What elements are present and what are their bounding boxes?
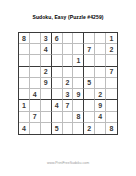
cell-r3c9	[106, 55, 117, 66]
cell-r8c3	[41, 112, 52, 123]
cell-r1c3: 3	[41, 33, 52, 44]
cell-r3c4	[52, 55, 63, 66]
cell-r6c5: 3	[63, 89, 74, 100]
page-title: Sudoku, Easy (Puzzle #4259)	[0, 14, 136, 20]
cell-r3c3	[41, 55, 52, 66]
cell-r3c7	[84, 55, 95, 66]
cell-r4c6	[73, 67, 84, 78]
cell-r5c8	[95, 78, 106, 89]
cell-r7c4: 4	[52, 100, 63, 111]
cell-r7c3	[41, 100, 52, 111]
cell-r2c7: 7	[84, 44, 95, 55]
cell-r2c2	[30, 44, 41, 55]
cell-r8c8: 4	[95, 112, 106, 123]
cell-r1c6	[73, 33, 84, 44]
cell-r1c5	[63, 33, 74, 44]
cell-r1c1: 8	[19, 33, 30, 44]
cell-r1c7	[84, 33, 95, 44]
footer-url: www.PrintFreeSudoku.com	[0, 161, 136, 165]
cell-r5c9	[106, 78, 117, 89]
cell-r2c1	[19, 44, 30, 55]
cell-r4c9: 7	[106, 67, 117, 78]
cell-r1c9: 1	[106, 33, 117, 44]
cell-r4c7	[84, 67, 95, 78]
cell-r7c1: 1	[19, 100, 30, 111]
cell-r3c6: 1	[73, 55, 84, 66]
cell-r3c5	[63, 55, 74, 66]
cell-r9c1: 4	[19, 123, 30, 134]
cell-r2c9: 2	[106, 44, 117, 55]
cell-r7c2	[30, 100, 41, 111]
cell-r2c8	[95, 44, 106, 55]
cell-r4c8	[95, 67, 106, 78]
cell-r5c3: 9	[41, 78, 52, 89]
sudoku-grid: 8361472127925439214797844528	[18, 32, 118, 135]
cell-r2c3: 4	[41, 44, 52, 55]
cell-r1c4: 6	[52, 33, 63, 44]
cell-r7c9	[106, 100, 117, 111]
cell-r8c2: 7	[30, 112, 41, 123]
cell-r5c1	[19, 78, 30, 89]
cell-r3c1	[19, 55, 30, 66]
cell-r8c4	[52, 112, 63, 123]
cell-r6c3	[41, 89, 52, 100]
cell-r9c4: 5	[52, 123, 63, 134]
cell-r9c8	[95, 123, 106, 134]
cell-r1c8	[95, 33, 106, 44]
cell-r2c4	[52, 44, 63, 55]
cell-r6c7	[84, 89, 95, 100]
cell-r9c5	[63, 123, 74, 134]
cell-r5c4	[52, 78, 63, 89]
cell-r6c8: 2	[95, 89, 106, 100]
cell-r9c7: 2	[84, 123, 95, 134]
cell-r5c7: 5	[84, 78, 95, 89]
cell-r2c6	[73, 44, 84, 55]
cell-r6c1	[19, 89, 30, 100]
cell-r8c9	[106, 112, 117, 123]
cell-r4c4	[52, 67, 63, 78]
cell-r7c7	[84, 100, 95, 111]
cell-r4c5	[63, 67, 74, 78]
cell-r6c6: 9	[73, 89, 84, 100]
cell-r9c6	[73, 123, 84, 134]
cell-r7c6	[73, 100, 84, 111]
cell-r7c5: 7	[63, 100, 74, 111]
cell-r8c7	[84, 112, 95, 123]
cell-r5c6	[73, 78, 84, 89]
sudoku-sheet: Sudoku, Easy (Puzzle #4259) 836147212792…	[0, 0, 136, 176]
cell-r6c2: 4	[30, 89, 41, 100]
cell-r3c8	[95, 55, 106, 66]
cell-r5c5: 2	[63, 78, 74, 89]
cell-r1c2	[30, 33, 41, 44]
cell-r8c1	[19, 112, 30, 123]
cell-r8c6: 8	[73, 112, 84, 123]
cell-r9c9: 8	[106, 123, 117, 134]
cell-r4c2	[30, 67, 41, 78]
cell-r7c8: 9	[95, 100, 106, 111]
cell-r3c2	[30, 55, 41, 66]
cell-r9c2	[30, 123, 41, 134]
cell-r5c2	[30, 78, 41, 89]
cell-r6c9	[106, 89, 117, 100]
cell-r2c5	[63, 44, 74, 55]
cell-r4c1	[19, 67, 30, 78]
cell-r9c3	[41, 123, 52, 134]
cell-r6c4	[52, 89, 63, 100]
cell-r4c3: 2	[41, 67, 52, 78]
cell-r8c5	[63, 112, 74, 123]
